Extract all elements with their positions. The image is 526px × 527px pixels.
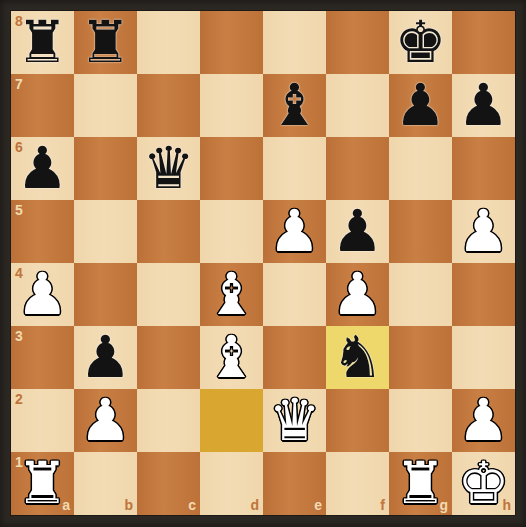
square-b5[interactable] (74, 200, 137, 263)
square-h1[interactable]: h♚ (452, 452, 515, 515)
black-pawn[interactable]: ♟ (458, 74, 510, 137)
square-e4[interactable] (263, 263, 326, 326)
square-d8[interactable] (200, 11, 263, 74)
square-g8[interactable]: ♚ (389, 11, 452, 74)
square-b4[interactable] (74, 263, 137, 326)
square-a7[interactable]: 7 (11, 74, 74, 137)
square-e2[interactable]: ♛ (263, 389, 326, 452)
board-frame: 8♜♜♚7♝♟♟6♟♛5♟♟♟4♟♝♟3♟♝♞2♟♛♟1a♜bcdefg♜h♚ (0, 0, 526, 527)
square-c1[interactable]: c (137, 452, 200, 515)
black-queen[interactable]: ♛ (143, 137, 195, 200)
square-e6[interactable] (263, 137, 326, 200)
square-a1[interactable]: 1a♜ (11, 452, 74, 515)
square-f5[interactable]: ♟ (326, 200, 389, 263)
black-bishop[interactable]: ♝ (269, 74, 321, 137)
file-label-f: f (380, 498, 385, 512)
rank-label-5: 5 (15, 203, 23, 217)
square-c2[interactable] (137, 389, 200, 452)
white-rook[interactable]: ♜ (395, 452, 447, 515)
black-rook[interactable]: ♜ (80, 11, 132, 74)
black-pawn[interactable]: ♟ (395, 74, 447, 137)
square-h3[interactable] (452, 326, 515, 389)
file-label-c: c (188, 498, 196, 512)
black-pawn[interactable]: ♟ (80, 326, 132, 389)
square-d2[interactable] (200, 389, 263, 452)
square-c7[interactable] (137, 74, 200, 137)
black-pawn[interactable]: ♟ (17, 137, 69, 200)
white-pawn[interactable]: ♟ (458, 200, 510, 263)
black-pawn[interactable]: ♟ (332, 200, 384, 263)
square-d4[interactable]: ♝ (200, 263, 263, 326)
square-c3[interactable] (137, 326, 200, 389)
square-a4[interactable]: 4♟ (11, 263, 74, 326)
white-bishop[interactable]: ♝ (206, 326, 258, 389)
square-d7[interactable] (200, 74, 263, 137)
black-king[interactable]: ♚ (395, 11, 447, 74)
square-g7[interactable]: ♟ (389, 74, 452, 137)
square-e7[interactable]: ♝ (263, 74, 326, 137)
square-f8[interactable] (326, 11, 389, 74)
square-h2[interactable]: ♟ (452, 389, 515, 452)
board: 8♜♜♚7♝♟♟6♟♛5♟♟♟4♟♝♟3♟♝♞2♟♛♟1a♜bcdefg♜h♚ (11, 11, 515, 515)
square-b8[interactable]: ♜ (74, 11, 137, 74)
file-label-d: d (250, 498, 259, 512)
square-d5[interactable] (200, 200, 263, 263)
square-f7[interactable] (326, 74, 389, 137)
square-g2[interactable] (389, 389, 452, 452)
square-g1[interactable]: g♜ (389, 452, 452, 515)
square-f4[interactable]: ♟ (326, 263, 389, 326)
square-c4[interactable] (137, 263, 200, 326)
square-e5[interactable]: ♟ (263, 200, 326, 263)
white-pawn[interactable]: ♟ (269, 200, 321, 263)
square-f3[interactable]: ♞ (326, 326, 389, 389)
square-e1[interactable]: e (263, 452, 326, 515)
white-pawn[interactable]: ♟ (458, 389, 510, 452)
square-d3[interactable]: ♝ (200, 326, 263, 389)
square-g5[interactable] (389, 200, 452, 263)
black-rook[interactable]: ♜ (17, 11, 69, 74)
square-a3[interactable]: 3 (11, 326, 74, 389)
white-rook[interactable]: ♜ (17, 452, 69, 515)
square-g4[interactable] (389, 263, 452, 326)
square-f6[interactable] (326, 137, 389, 200)
square-c5[interactable] (137, 200, 200, 263)
square-d6[interactable] (200, 137, 263, 200)
square-a8[interactable]: 8♜ (11, 11, 74, 74)
rank-label-3: 3 (15, 329, 23, 343)
square-a6[interactable]: 6♟ (11, 137, 74, 200)
square-d1[interactable]: d (200, 452, 263, 515)
white-pawn[interactable]: ♟ (17, 263, 69, 326)
square-a5[interactable]: 5 (11, 200, 74, 263)
white-pawn[interactable]: ♟ (332, 263, 384, 326)
square-h6[interactable] (452, 137, 515, 200)
rank-label-7: 7 (15, 77, 23, 91)
file-label-e: e (314, 498, 322, 512)
white-king[interactable]: ♚ (458, 452, 510, 515)
square-b7[interactable] (74, 74, 137, 137)
square-c6[interactable]: ♛ (137, 137, 200, 200)
rank-label-2: 2 (15, 392, 23, 406)
square-f2[interactable] (326, 389, 389, 452)
square-b1[interactable]: b (74, 452, 137, 515)
square-h8[interactable] (452, 11, 515, 74)
square-c8[interactable] (137, 11, 200, 74)
white-queen[interactable]: ♛ (269, 389, 321, 452)
square-b3[interactable]: ♟ (74, 326, 137, 389)
square-h5[interactable]: ♟ (452, 200, 515, 263)
square-b6[interactable] (74, 137, 137, 200)
white-bishop[interactable]: ♝ (206, 263, 258, 326)
square-e3[interactable] (263, 326, 326, 389)
square-a2[interactable]: 2 (11, 389, 74, 452)
white-pawn[interactable]: ♟ (80, 389, 132, 452)
square-h4[interactable] (452, 263, 515, 326)
square-g3[interactable] (389, 326, 452, 389)
square-b2[interactable]: ♟ (74, 389, 137, 452)
square-f1[interactable]: f (326, 452, 389, 515)
square-g6[interactable] (389, 137, 452, 200)
square-h7[interactable]: ♟ (452, 74, 515, 137)
black-knight[interactable]: ♞ (332, 326, 384, 389)
square-e8[interactable] (263, 11, 326, 74)
file-label-b: b (124, 498, 133, 512)
